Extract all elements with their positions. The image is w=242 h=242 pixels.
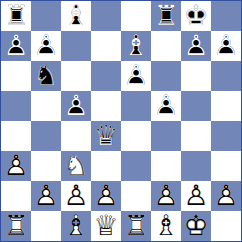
white-bishop-f1[interactable]: ♝♗ <box>151 211 181 241</box>
black-pawn-g7[interactable]: ♟♙ <box>181 31 211 61</box>
square-c3[interactable]: ♞♘ <box>61 151 91 181</box>
square-f3[interactable] <box>151 151 181 181</box>
square-e6[interactable]: ♟♙ <box>121 61 151 91</box>
chess-board-wrap: ♜♖♝♗♜♖♚♔♟♙♟♙♝♗♟♙♟♙♞♘♟♙♟♙♟♙♛♕♟♙♞♘♟♙♟♙♟♙♟♙… <box>0 0 242 242</box>
square-f6[interactable] <box>151 61 181 91</box>
square-h6[interactable] <box>211 61 241 91</box>
square-g8[interactable]: ♚♔ <box>181 1 211 31</box>
square-e4[interactable] <box>121 121 151 151</box>
black-pawn-outline-glyph: ♙ <box>181 31 211 61</box>
black-pawn-outline-glyph: ♙ <box>151 91 181 121</box>
square-a2[interactable] <box>1 181 31 211</box>
white-pawn-outline-glyph: ♙ <box>31 181 61 211</box>
white-pawn-g2[interactable]: ♟♙ <box>181 181 211 211</box>
black-pawn-h7[interactable]: ♟♙ <box>211 31 241 61</box>
white-rook-outline-glyph: ♖ <box>1 211 31 241</box>
square-e7[interactable]: ♝♗ <box>121 31 151 61</box>
black-rook-outline-glyph: ♖ <box>151 1 181 31</box>
square-h8[interactable] <box>211 1 241 31</box>
square-f1[interactable]: ♝♗ <box>151 211 181 241</box>
square-c6[interactable] <box>61 61 91 91</box>
square-f2[interactable]: ♟♙ <box>151 181 181 211</box>
square-c8[interactable]: ♝♗ <box>61 1 91 31</box>
square-c7[interactable] <box>61 31 91 61</box>
square-d7[interactable] <box>91 31 121 61</box>
white-pawn-f2[interactable]: ♟♙ <box>151 181 181 211</box>
white-pawn-outline-glyph: ♙ <box>1 151 31 181</box>
black-bishop-e7[interactable]: ♝♗ <box>121 31 151 61</box>
black-bishop-outline-glyph: ♗ <box>121 31 151 61</box>
black-rook-a8[interactable]: ♜♖ <box>1 1 31 31</box>
black-pawn-outline-glyph: ♙ <box>121 61 151 91</box>
white-pawn-outline-glyph: ♙ <box>181 181 211 211</box>
square-d2[interactable]: ♟♙ <box>91 181 121 211</box>
square-g4[interactable] <box>181 121 211 151</box>
square-a4[interactable] <box>1 121 31 151</box>
square-g7[interactable]: ♟♙ <box>181 31 211 61</box>
black-pawn-outline-glyph: ♙ <box>61 91 91 121</box>
white-pawn-d2[interactable]: ♟♙ <box>91 181 121 211</box>
square-a6[interactable] <box>1 61 31 91</box>
square-e2[interactable] <box>121 181 151 211</box>
black-pawn-outline-glyph: ♙ <box>1 31 31 61</box>
square-b2[interactable]: ♟♙ <box>31 181 61 211</box>
black-pawn-a7[interactable]: ♟♙ <box>1 31 31 61</box>
square-e3[interactable] <box>121 151 151 181</box>
white-rook-a1[interactable]: ♜♖ <box>1 211 31 241</box>
square-e5[interactable] <box>121 91 151 121</box>
square-c4[interactable] <box>61 121 91 151</box>
square-b7[interactable]: ♟♙ <box>31 31 61 61</box>
square-g1[interactable]: ♚♔ <box>181 211 211 241</box>
black-pawn-outline-glyph: ♙ <box>211 31 241 61</box>
square-a3[interactable]: ♟♙ <box>1 151 31 181</box>
square-b3[interactable] <box>31 151 61 181</box>
square-h3[interactable] <box>211 151 241 181</box>
square-c5[interactable]: ♟♙ <box>61 91 91 121</box>
square-g6[interactable] <box>181 61 211 91</box>
square-a1[interactable]: ♜♖ <box>1 211 31 241</box>
black-knight-outline-glyph: ♘ <box>31 61 61 91</box>
white-bishop-outline-glyph: ♗ <box>151 211 181 241</box>
square-b8[interactable] <box>31 1 61 31</box>
square-h4[interactable] <box>211 121 241 151</box>
white-rook-outline-glyph: ♖ <box>121 211 151 241</box>
square-d3[interactable] <box>91 151 121 181</box>
black-king-g8[interactable]: ♚♔ <box>181 1 211 31</box>
square-g3[interactable] <box>181 151 211 181</box>
square-d1[interactable]: ♛♕ <box>91 211 121 241</box>
white-pawn-outline-glyph: ♙ <box>211 181 241 211</box>
chess-board: ♜♖♝♗♜♖♚♔♟♙♟♙♝♗♟♙♟♙♞♘♟♙♟♙♟♙♛♕♟♙♞♘♟♙♟♙♟♙♟♙… <box>0 0 242 242</box>
white-pawn-outline-glyph: ♙ <box>61 181 91 211</box>
white-queen-d1[interactable]: ♛♕ <box>91 211 121 241</box>
square-f4[interactable] <box>151 121 181 151</box>
square-e8[interactable] <box>121 1 151 31</box>
white-pawn-b2[interactable]: ♟♙ <box>31 181 61 211</box>
black-pawn-f5[interactable]: ♟♙ <box>151 91 181 121</box>
square-a5[interactable] <box>1 91 31 121</box>
black-pawn-b7[interactable]: ♟♙ <box>31 31 61 61</box>
white-queen-outline-glyph: ♕ <box>91 211 121 241</box>
square-f7[interactable] <box>151 31 181 61</box>
square-h5[interactable] <box>211 91 241 121</box>
square-b4[interactable] <box>31 121 61 151</box>
square-f5[interactable]: ♟♙ <box>151 91 181 121</box>
white-knight-c3[interactable]: ♞♘ <box>61 151 91 181</box>
square-d8[interactable] <box>91 1 121 31</box>
square-d4[interactable]: ♛♕ <box>91 121 121 151</box>
square-h7[interactable]: ♟♙ <box>211 31 241 61</box>
square-h2[interactable]: ♟♙ <box>211 181 241 211</box>
square-d5[interactable] <box>91 91 121 121</box>
white-bishop-outline-glyph: ♗ <box>61 211 91 241</box>
black-queen-outline-glyph: ♕ <box>91 121 121 151</box>
black-pawn-e6[interactable]: ♟♙ <box>121 61 151 91</box>
square-e1[interactable]: ♜♖ <box>121 211 151 241</box>
white-pawn-h2[interactable]: ♟♙ <box>211 181 241 211</box>
black-rook-outline-glyph: ♖ <box>1 1 31 31</box>
white-pawn-outline-glyph: ♙ <box>151 181 181 211</box>
white-pawn-a3[interactable]: ♟♙ <box>1 151 31 181</box>
white-king-g1[interactable]: ♚♔ <box>181 211 211 241</box>
square-c2[interactable]: ♟♙ <box>61 181 91 211</box>
white-pawn-outline-glyph: ♙ <box>91 181 121 211</box>
square-b6[interactable]: ♞♘ <box>31 61 61 91</box>
square-f8[interactable]: ♜♖ <box>151 1 181 31</box>
black-pawn-c5[interactable]: ♟♙ <box>61 91 91 121</box>
square-a7[interactable]: ♟♙ <box>1 31 31 61</box>
square-d6[interactable] <box>91 61 121 91</box>
white-pawn-c2[interactable]: ♟♙ <box>61 181 91 211</box>
white-king-outline-glyph: ♔ <box>181 211 211 241</box>
black-rook-f8[interactable]: ♜♖ <box>151 1 181 31</box>
square-h1[interactable] <box>211 211 241 241</box>
black-pawn-outline-glyph: ♙ <box>31 31 61 61</box>
square-c1[interactable]: ♝♗ <box>61 211 91 241</box>
white-bishop-c1[interactable]: ♝♗ <box>61 211 91 241</box>
square-a8[interactable]: ♜♖ <box>1 1 31 31</box>
white-knight-outline-glyph: ♘ <box>61 151 91 181</box>
black-queen-d4[interactable]: ♛♕ <box>91 121 121 151</box>
black-king-outline-glyph: ♔ <box>181 1 211 31</box>
black-bishop-outline-glyph: ♗ <box>61 1 91 31</box>
square-g2[interactable]: ♟♙ <box>181 181 211 211</box>
black-bishop-c8[interactable]: ♝♗ <box>61 1 91 31</box>
black-knight-b6[interactable]: ♞♘ <box>31 61 61 91</box>
square-b5[interactable] <box>31 91 61 121</box>
white-rook-e1[interactable]: ♜♖ <box>121 211 151 241</box>
square-b1[interactable] <box>31 211 61 241</box>
square-g5[interactable] <box>181 91 211 121</box>
